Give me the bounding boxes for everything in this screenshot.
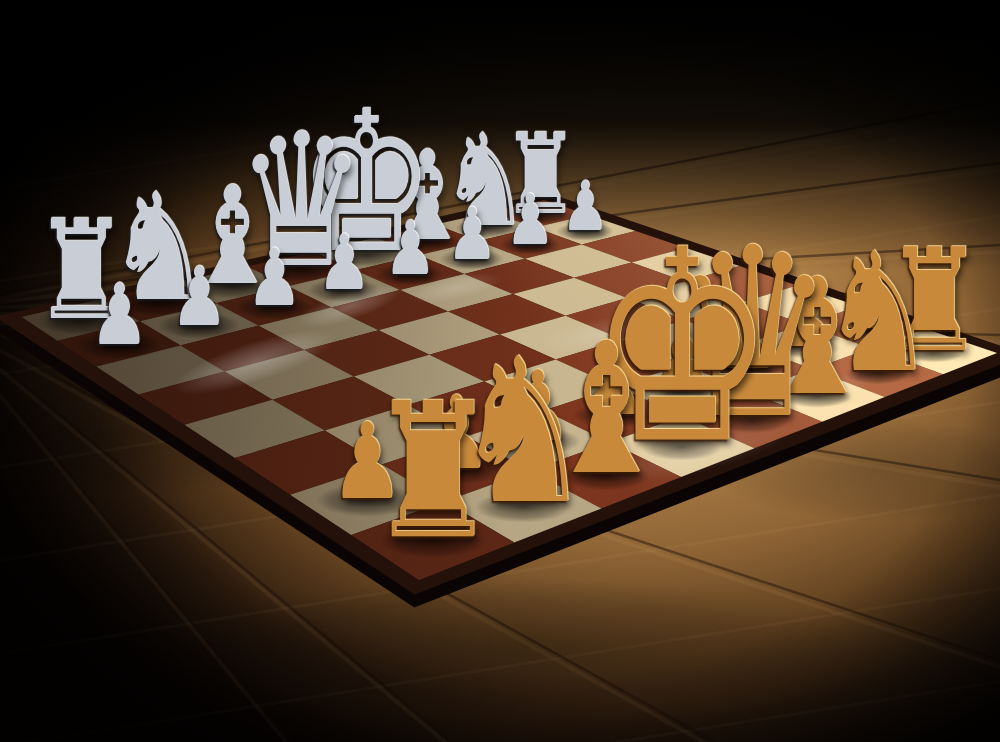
piece-shadow <box>475 491 571 522</box>
piece-shadow <box>904 343 964 363</box>
piece-shadow <box>511 206 568 225</box>
piece-shadow <box>37 307 123 335</box>
piece-shadow <box>158 312 241 339</box>
piece-shadow <box>316 483 418 516</box>
piece-shadow <box>439 249 503 270</box>
piece-shadow <box>573 402 653 428</box>
piece-shadow <box>396 231 459 252</box>
piece-shadow <box>494 427 580 455</box>
piece-shadow <box>455 218 515 238</box>
piece-shadow <box>332 244 399 266</box>
piece-shadow <box>556 222 613 241</box>
piece-shadow <box>194 274 270 299</box>
piece-shadow <box>835 319 895 339</box>
board-cast-shadow <box>180 578 860 718</box>
chess-board <box>0 0 1000 742</box>
piece-shadow <box>266 259 337 282</box>
piece-shadow <box>713 358 782 381</box>
piece-shadow <box>646 379 720 403</box>
piece-shadow <box>118 290 199 316</box>
piece-shadow <box>500 235 561 255</box>
piece-shadow <box>409 454 503 485</box>
scene: ♜♞♟♝♟♚♟♛♟♝♟♞♟♜♟♟♟♟♜♟♞♟♝♟♛♟♚♟♝♟♞♜ <box>0 0 1000 742</box>
piece-shadow <box>380 524 485 558</box>
piece-shadow <box>776 338 840 359</box>
